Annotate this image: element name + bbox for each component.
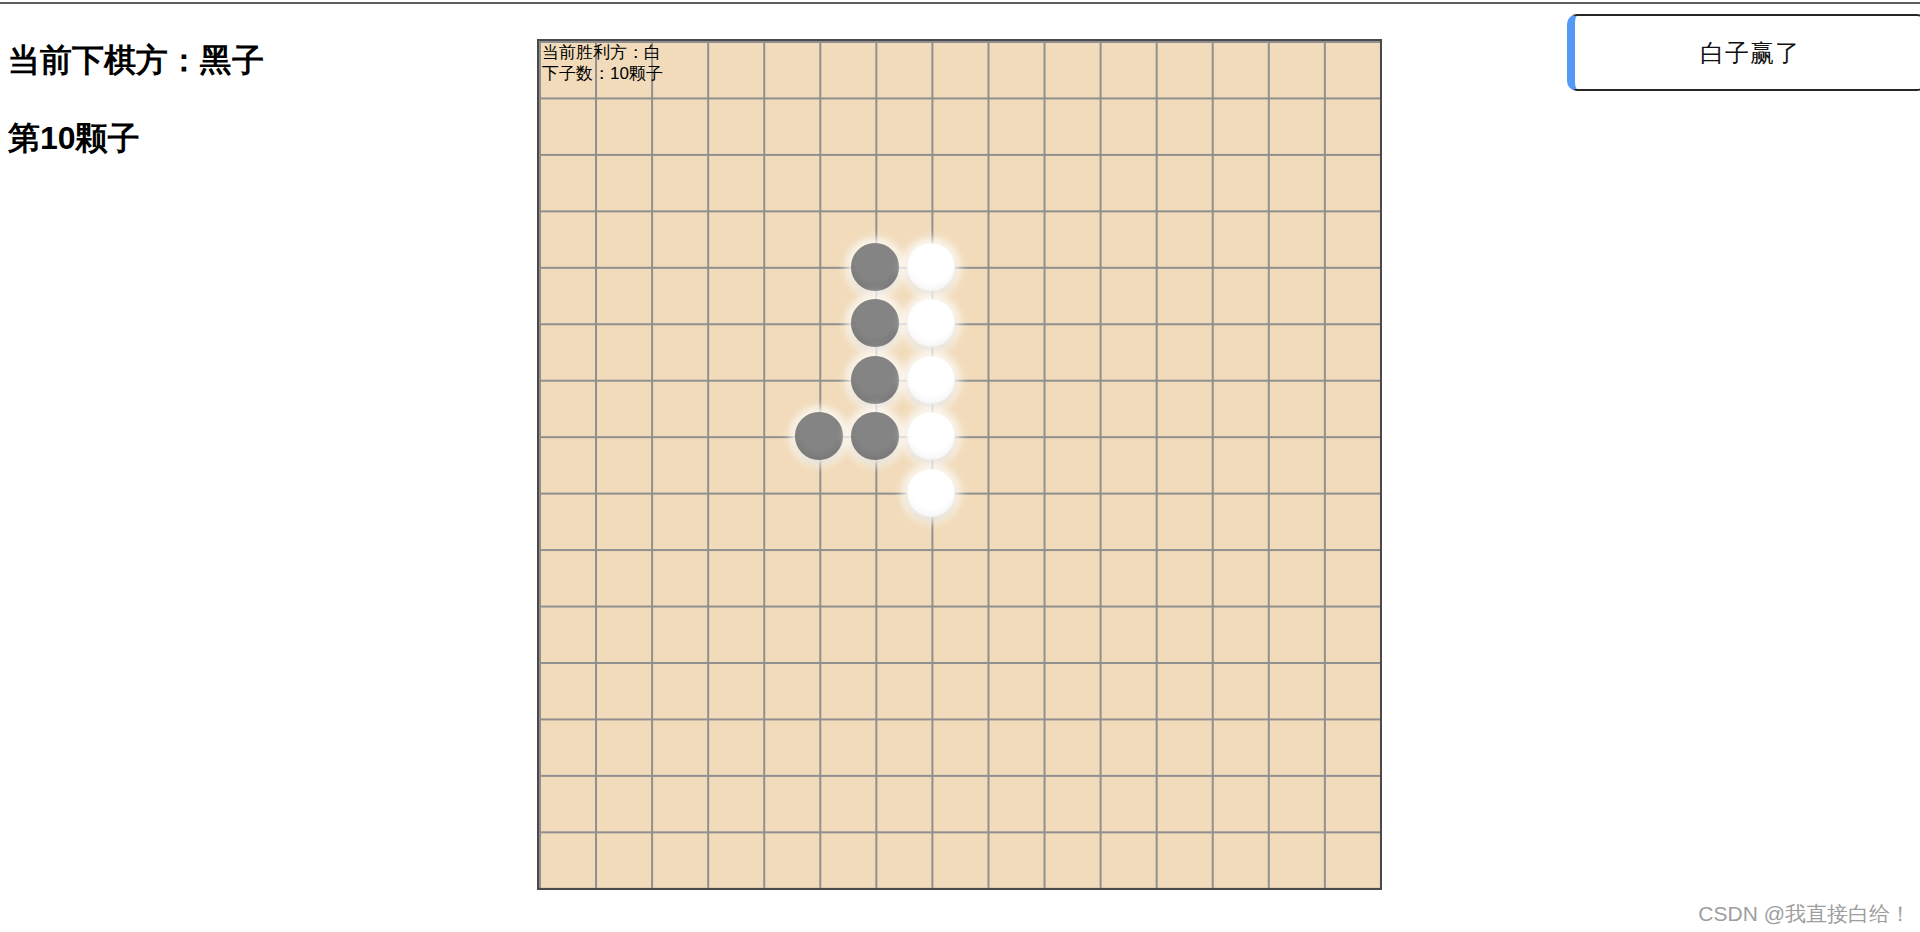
white-stone (907, 356, 955, 404)
winner-dialog: 白子赢了 (1567, 14, 1920, 91)
black-stone (795, 412, 843, 460)
current-player-heading: 当前下棋方：黑子 (8, 42, 264, 79)
white-stone (907, 299, 955, 347)
move-count-heading: 第10颗子 (8, 120, 140, 157)
stones-layer (539, 41, 1380, 888)
black-stone (851, 412, 899, 460)
white-stone (907, 412, 955, 460)
board-status-winner: 当前胜利方：白 (542, 42, 663, 63)
white-stone (907, 469, 955, 517)
black-stone (851, 356, 899, 404)
board-status-move-count: 下子数：10颗子 (542, 63, 663, 84)
black-stone (851, 299, 899, 347)
white-stone (907, 243, 955, 291)
board-status-overlay: 当前胜利方：白 下子数：10颗子 (542, 42, 663, 84)
top-divider (0, 2, 1920, 4)
winner-dialog-text: 白子赢了 (1700, 37, 1800, 69)
csdn-watermark: CSDN @我直接白给！ (1698, 900, 1911, 928)
black-stone (851, 243, 899, 291)
gomoku-board[interactable]: 当前胜利方：白 下子数：10颗子 (537, 39, 1382, 890)
